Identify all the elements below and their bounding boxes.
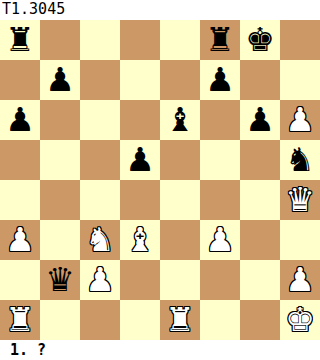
square-d6[interactable]	[120, 100, 160, 140]
square-b5[interactable]	[40, 140, 80, 180]
square-a8[interactable]: ♜	[0, 20, 40, 60]
square-b3[interactable]	[40, 220, 80, 260]
white-pawn-piece: ♟	[285, 260, 315, 300]
white-pawn-piece: ♟	[205, 220, 235, 260]
square-d4[interactable]	[120, 180, 160, 220]
square-b6[interactable]	[40, 100, 80, 140]
square-b1[interactable]	[40, 300, 80, 340]
square-f2[interactable]	[200, 260, 240, 300]
square-c8[interactable]	[80, 20, 120, 60]
square-g4[interactable]	[240, 180, 280, 220]
square-b8[interactable]	[40, 20, 80, 60]
square-e2[interactable]	[160, 260, 200, 300]
square-h2[interactable]: ♟	[280, 260, 320, 300]
square-h6[interactable]: ♟	[280, 100, 320, 140]
square-g3[interactable]	[240, 220, 280, 260]
square-f3[interactable]: ♟	[200, 220, 240, 260]
puzzle-id: T1.3045	[0, 0, 320, 20]
black-pawn-piece: ♟	[45, 60, 75, 100]
square-g8[interactable]: ♚	[240, 20, 280, 60]
square-h7[interactable]	[280, 60, 320, 100]
white-rook-piece: ♜	[5, 300, 35, 340]
square-f8[interactable]: ♜	[200, 20, 240, 60]
square-h5[interactable]: ♞	[280, 140, 320, 180]
square-e1[interactable]: ♜	[160, 300, 200, 340]
black-pawn-piece: ♟	[245, 100, 275, 140]
square-g7[interactable]	[240, 60, 280, 100]
square-d3[interactable]: ♝	[120, 220, 160, 260]
move-prompt: 1. ?	[0, 340, 320, 360]
white-knight-piece: ♞	[85, 220, 115, 260]
square-g1[interactable]	[240, 300, 280, 340]
square-a3[interactable]: ♟	[0, 220, 40, 260]
black-rook-piece: ♜	[205, 20, 235, 60]
square-a2[interactable]	[0, 260, 40, 300]
square-e7[interactable]	[160, 60, 200, 100]
square-d1[interactable]	[120, 300, 160, 340]
square-f6[interactable]	[200, 100, 240, 140]
black-rook-piece: ♜	[5, 20, 35, 60]
square-c3[interactable]: ♞	[80, 220, 120, 260]
square-e5[interactable]	[160, 140, 200, 180]
square-d8[interactable]	[120, 20, 160, 60]
square-h4[interactable]: ♛	[280, 180, 320, 220]
square-c1[interactable]	[80, 300, 120, 340]
black-king-piece: ♚	[245, 20, 275, 60]
black-pawn-piece: ♟	[205, 60, 235, 100]
square-f5[interactable]	[200, 140, 240, 180]
black-pawn-piece: ♟	[125, 140, 155, 180]
square-a7[interactable]	[0, 60, 40, 100]
white-pawn-piece: ♟	[285, 100, 315, 140]
square-e3[interactable]	[160, 220, 200, 260]
square-f4[interactable]	[200, 180, 240, 220]
square-e6[interactable]: ♝	[160, 100, 200, 140]
square-e8[interactable]	[160, 20, 200, 60]
square-a1[interactable]: ♜	[0, 300, 40, 340]
square-f7[interactable]: ♟	[200, 60, 240, 100]
black-bishop-piece: ♝	[165, 100, 195, 140]
white-queen-piece: ♛	[285, 180, 315, 220]
square-c6[interactable]	[80, 100, 120, 140]
square-b7[interactable]: ♟	[40, 60, 80, 100]
square-a6[interactable]: ♟	[0, 100, 40, 140]
square-c4[interactable]	[80, 180, 120, 220]
square-b2[interactable]: ♛	[40, 260, 80, 300]
square-h8[interactable]	[280, 20, 320, 60]
square-c5[interactable]	[80, 140, 120, 180]
black-knight-piece: ♞	[285, 140, 315, 180]
square-e4[interactable]	[160, 180, 200, 220]
chess-board: ♜♜♚♟♟♟♝♟♟♟♞♛♟♞♝♟♛♟♟♜♜♚	[0, 20, 320, 340]
black-queen-piece: ♛	[45, 260, 75, 300]
square-d5[interactable]: ♟	[120, 140, 160, 180]
square-g6[interactable]: ♟	[240, 100, 280, 140]
black-pawn-piece: ♟	[5, 100, 35, 140]
square-d7[interactable]	[120, 60, 160, 100]
white-bishop-piece: ♝	[125, 220, 155, 260]
white-pawn-piece: ♟	[85, 260, 115, 300]
square-g2[interactable]	[240, 260, 280, 300]
square-h3[interactable]	[280, 220, 320, 260]
square-d2[interactable]	[120, 260, 160, 300]
square-b4[interactable]	[40, 180, 80, 220]
square-g5[interactable]	[240, 140, 280, 180]
white-pawn-piece: ♟	[5, 220, 35, 260]
square-a4[interactable]	[0, 180, 40, 220]
white-king-piece: ♚	[285, 300, 315, 340]
square-c7[interactable]	[80, 60, 120, 100]
square-a5[interactable]	[0, 140, 40, 180]
white-rook-piece: ♜	[165, 300, 195, 340]
square-f1[interactable]	[200, 300, 240, 340]
square-h1[interactable]: ♚	[280, 300, 320, 340]
square-c2[interactable]: ♟	[80, 260, 120, 300]
